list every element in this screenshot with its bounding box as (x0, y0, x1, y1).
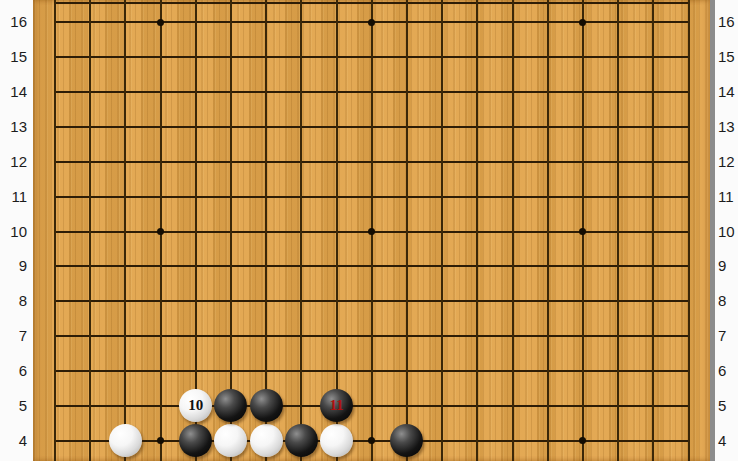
star-point (354, 5, 389, 40)
star-point-dot (368, 19, 375, 26)
go-stone-black[interactable]: 11 (320, 389, 353, 422)
row-label-right-4: 4 (718, 431, 738, 451)
star-point (354, 214, 389, 249)
board-intersection[interactable]: 10 (178, 388, 213, 423)
row-label-left-4: 4 (0, 431, 27, 451)
board-intersection[interactable] (213, 388, 248, 423)
row-label-right-10: 10 (718, 222, 738, 242)
row-label-left-5: 5 (0, 396, 27, 416)
row-label-left-10: 10 (0, 222, 27, 242)
row-label-right-14: 14 (718, 82, 738, 102)
move-number: 11 (329, 397, 343, 414)
board-intersection[interactable] (178, 423, 213, 458)
star-point-dot (579, 437, 586, 444)
go-stone-black[interactable] (250, 389, 283, 422)
board-intersection[interactable] (213, 423, 248, 458)
row-label-right-6: 6 (718, 361, 738, 381)
board-grid[interactable]: 1011 (37, 5, 706, 458)
row-label-left-13: 13 (0, 117, 27, 137)
go-stone-white[interactable]: 10 (179, 389, 212, 422)
move-number: 10 (188, 397, 203, 414)
row-label-right-7: 7 (718, 326, 738, 346)
board-intersection[interactable] (249, 423, 284, 458)
star-point (565, 214, 600, 249)
board-intersection[interactable] (389, 423, 424, 458)
go-stone-white[interactable] (214, 424, 247, 457)
row-label-right-16: 16 (718, 12, 738, 32)
board-intersection[interactable] (319, 423, 354, 458)
go-stone-black[interactable] (390, 424, 423, 457)
star-point-dot (157, 228, 164, 235)
go-stone-black[interactable] (214, 389, 247, 422)
row-label-left-11: 11 (0, 187, 27, 207)
go-stone-black[interactable] (285, 424, 318, 457)
board-intersection[interactable] (284, 423, 319, 458)
row-label-right-5: 5 (718, 396, 738, 416)
row-label-left-12: 12 (0, 152, 27, 172)
star-point (565, 5, 600, 40)
row-label-right-13: 13 (718, 117, 738, 137)
row-label-right-8: 8 (718, 291, 738, 311)
go-board-diagram: 1011 16161515141413131212111110109988776… (0, 0, 738, 461)
star-point-dot (579, 19, 586, 26)
row-label-right-9: 9 (718, 256, 738, 276)
row-label-left-16: 16 (0, 12, 27, 32)
row-label-right-15: 15 (718, 47, 738, 67)
star-point-dot (579, 228, 586, 235)
go-stone-white[interactable] (250, 424, 283, 457)
go-stone-white[interactable] (109, 424, 142, 457)
row-label-left-6: 6 (0, 361, 27, 381)
star-point (143, 214, 178, 249)
star-point-dot (368, 437, 375, 444)
star-point (143, 5, 178, 40)
star-point-dot (368, 228, 375, 235)
go-stone-black[interactable] (179, 424, 212, 457)
board-intersection[interactable] (249, 388, 284, 423)
row-label-right-11: 11 (718, 187, 738, 207)
star-point (354, 423, 389, 458)
row-label-left-8: 8 (0, 291, 27, 311)
board-intersection[interactable]: 11 (319, 388, 354, 423)
star-point-dot (157, 19, 164, 26)
row-label-left-15: 15 (0, 47, 27, 67)
board-wood-surface[interactable]: 1011 (33, 0, 710, 461)
star-point-dot (157, 437, 164, 444)
star-point (143, 423, 178, 458)
go-stone-white[interactable] (320, 424, 353, 457)
row-label-left-9: 9 (0, 256, 27, 276)
row-label-left-14: 14 (0, 82, 27, 102)
board-intersection[interactable] (108, 423, 143, 458)
row-label-right-12: 12 (718, 152, 738, 172)
row-label-left-7: 7 (0, 326, 27, 346)
star-point (565, 423, 600, 458)
